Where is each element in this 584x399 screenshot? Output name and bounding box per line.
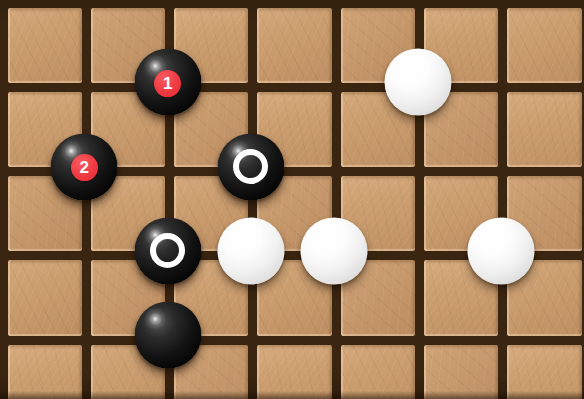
white-stone <box>301 217 368 284</box>
move-number-badge: 2 <box>71 154 98 181</box>
board-tile <box>257 8 331 83</box>
white-stone <box>384 49 451 116</box>
white-stone <box>217 217 284 284</box>
white-stone <box>467 217 534 284</box>
board-tile <box>424 345 498 399</box>
black-stone <box>134 302 201 369</box>
move-number-badge: 1 <box>154 70 181 97</box>
ring-marker <box>233 149 268 184</box>
black-stone: 2 <box>51 133 118 200</box>
board-tile <box>507 8 581 83</box>
black-stone <box>217 133 284 200</box>
black-stone: 1 <box>134 49 201 116</box>
black-stone <box>134 217 201 284</box>
board-tile <box>8 345 82 399</box>
board-tile <box>257 345 331 399</box>
ring-marker <box>150 233 185 268</box>
board[interactable]: 12 <box>0 0 584 399</box>
board-tile <box>507 92 581 167</box>
board-tile <box>341 345 415 399</box>
board-tile <box>8 8 82 83</box>
board-tile <box>8 260 82 335</box>
board-tile <box>507 345 581 399</box>
